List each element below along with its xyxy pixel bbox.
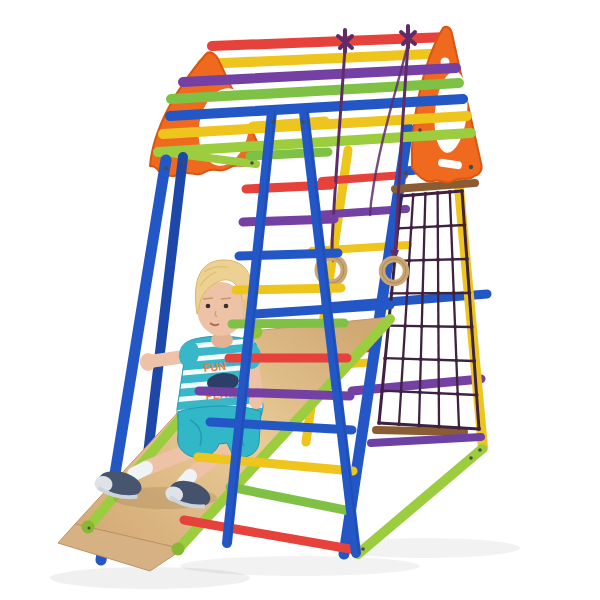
net-bottom-purple-bar bbox=[371, 437, 481, 443]
product-photo: A blond toddler in a turquoise striped t… bbox=[0, 0, 600, 600]
rung-1-yellow bbox=[253, 121, 325, 126]
roof-bar-yellow1 bbox=[202, 53, 452, 64]
shirt-print-line1: FUN bbox=[203, 360, 227, 374]
boy-left-sock bbox=[134, 468, 146, 474]
boy-right-hand bbox=[140, 353, 156, 371]
net-bottom-bar bbox=[376, 430, 464, 432]
rung-3-red bbox=[246, 185, 331, 189]
boy-eye-left bbox=[206, 304, 211, 309]
rung-13-red bbox=[184, 520, 356, 550]
boy-eye-right bbox=[224, 304, 229, 309]
rung-12-green bbox=[230, 487, 350, 511]
rung-2-green bbox=[250, 152, 328, 156]
play-gym-scene: FUN PLAY bbox=[0, 0, 600, 600]
rung-9-purple bbox=[199, 391, 350, 396]
